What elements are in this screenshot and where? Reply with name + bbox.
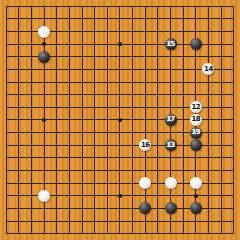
intersection-9-19[interactable] (101, 227, 114, 240)
intersection-13-18[interactable] (152, 215, 165, 228)
intersection-2-5[interactable] (13, 51, 26, 64)
intersection-7-18[interactable] (76, 215, 89, 228)
intersection-4-8[interactable] (38, 88, 51, 101)
intersection-10-6[interactable] (114, 63, 127, 76)
intersection-1-7[interactable] (0, 76, 13, 89)
intersection-7-6[interactable] (76, 63, 89, 76)
intersection-1-11[interactable] (0, 126, 13, 139)
intersection-18-8[interactable] (215, 88, 228, 101)
intersection-4-2[interactable] (38, 13, 51, 26)
intersection-16-13[interactable] (189, 152, 202, 165)
intersection-6-16[interactable] (63, 189, 76, 202)
intersection-10-10[interactable] (114, 114, 127, 127)
intersection-17-1[interactable] (202, 0, 215, 13)
intersection-12-7[interactable] (139, 76, 152, 89)
intersection-2-2[interactable] (13, 13, 26, 26)
intersection-5-6[interactable] (51, 63, 64, 76)
intersection-14-6[interactable] (164, 63, 177, 76)
intersection-3-3[interactable] (25, 25, 38, 38)
intersection-18-1[interactable] (215, 0, 228, 13)
intersection-11-15[interactable] (126, 177, 139, 190)
intersection-7-5[interactable] (76, 51, 89, 64)
intersection-3-19[interactable] (25, 227, 38, 240)
intersection-16-18[interactable] (189, 215, 202, 228)
intersection-2-3[interactable] (13, 25, 26, 38)
intersection-6-18[interactable] (63, 215, 76, 228)
intersection-16-16[interactable] (189, 189, 202, 202)
intersection-14-3[interactable] (164, 25, 177, 38)
intersection-13-17[interactable] (152, 202, 165, 215)
intersection-8-8[interactable] (88, 88, 101, 101)
intersection-19-18[interactable] (227, 215, 240, 228)
intersection-14-1[interactable] (164, 0, 177, 13)
intersection-9-17[interactable] (101, 202, 114, 215)
intersection-18-11[interactable] (215, 126, 228, 139)
intersection-16-9[interactable]: 12 (189, 101, 202, 114)
intersection-4-16[interactable] (38, 189, 51, 202)
intersection-15-13[interactable] (177, 152, 190, 165)
intersection-14-15[interactable] (164, 177, 177, 190)
intersection-1-18[interactable] (0, 215, 13, 228)
intersection-15-17[interactable] (177, 202, 190, 215)
intersection-6-15[interactable] (63, 177, 76, 190)
intersection-14-13[interactable] (164, 152, 177, 165)
intersection-3-13[interactable] (25, 152, 38, 165)
intersection-15-6[interactable] (177, 63, 190, 76)
intersection-1-15[interactable] (0, 177, 13, 190)
intersection-3-5[interactable] (25, 51, 38, 64)
intersection-3-8[interactable] (25, 88, 38, 101)
intersection-7-11[interactable] (76, 126, 89, 139)
intersection-18-10[interactable] (215, 114, 228, 127)
intersection-18-15[interactable] (215, 177, 228, 190)
intersection-11-12[interactable] (126, 139, 139, 152)
intersection-8-19[interactable] (88, 227, 101, 240)
intersection-9-10[interactable] (101, 114, 114, 127)
intersection-5-9[interactable] (51, 101, 64, 114)
intersection-6-3[interactable] (63, 25, 76, 38)
intersection-18-14[interactable] (215, 164, 228, 177)
intersection-15-15[interactable] (177, 177, 190, 190)
intersection-4-10[interactable] (38, 114, 51, 127)
intersection-8-18[interactable] (88, 215, 101, 228)
intersection-6-4[interactable] (63, 38, 76, 51)
intersection-10-12[interactable] (114, 139, 127, 152)
intersection-8-12[interactable] (88, 139, 101, 152)
intersection-11-17[interactable] (126, 202, 139, 215)
intersection-13-14[interactable] (152, 164, 165, 177)
intersection-6-7[interactable] (63, 76, 76, 89)
intersection-6-6[interactable] (63, 63, 76, 76)
intersection-11-10[interactable] (126, 114, 139, 127)
intersection-7-17[interactable] (76, 202, 89, 215)
intersection-18-2[interactable] (215, 13, 228, 26)
intersection-4-11[interactable] (38, 126, 51, 139)
intersection-18-3[interactable] (215, 25, 228, 38)
intersection-4-18[interactable] (38, 215, 51, 228)
intersection-14-5[interactable] (164, 51, 177, 64)
intersection-14-9[interactable] (164, 101, 177, 114)
intersection-14-12[interactable]: 13 (164, 139, 177, 152)
intersection-16-2[interactable] (189, 13, 202, 26)
intersection-18-5[interactable] (215, 51, 228, 64)
intersection-10-8[interactable] (114, 88, 127, 101)
intersection-9-1[interactable] (101, 0, 114, 13)
intersection-14-14[interactable] (164, 164, 177, 177)
intersection-7-13[interactable] (76, 152, 89, 165)
intersection-12-16[interactable] (139, 189, 152, 202)
intersection-5-19[interactable] (51, 227, 64, 240)
intersection-7-7[interactable] (76, 76, 89, 89)
intersection-10-2[interactable] (114, 13, 127, 26)
intersection-17-4[interactable] (202, 38, 215, 51)
intersection-3-17[interactable] (25, 202, 38, 215)
intersection-5-2[interactable] (51, 13, 64, 26)
intersection-17-3[interactable] (202, 25, 215, 38)
intersection-5-5[interactable] (51, 51, 64, 64)
intersection-5-14[interactable] (51, 164, 64, 177)
intersection-1-10[interactable] (0, 114, 13, 127)
intersection-19-8[interactable] (227, 88, 240, 101)
intersection-15-1[interactable] (177, 0, 190, 13)
intersection-14-10[interactable]: 17 (164, 114, 177, 127)
intersection-8-17[interactable] (88, 202, 101, 215)
intersection-17-13[interactable] (202, 152, 215, 165)
intersection-15-3[interactable] (177, 25, 190, 38)
intersection-2-12[interactable] (13, 139, 26, 152)
intersection-11-7[interactable] (126, 76, 139, 89)
intersection-1-4[interactable] (0, 38, 13, 51)
intersection-16-12[interactable] (189, 139, 202, 152)
intersection-15-19[interactable] (177, 227, 190, 240)
intersection-15-12[interactable] (177, 139, 190, 152)
intersection-2-7[interactable] (13, 76, 26, 89)
intersection-9-15[interactable] (101, 177, 114, 190)
intersection-10-15[interactable] (114, 177, 127, 190)
intersection-19-4[interactable] (227, 38, 240, 51)
intersection-12-9[interactable] (139, 101, 152, 114)
intersection-18-12[interactable] (215, 139, 228, 152)
intersection-10-16[interactable] (114, 189, 127, 202)
intersection-12-1[interactable] (139, 0, 152, 13)
intersection-8-1[interactable] (88, 0, 101, 13)
intersection-1-13[interactable] (0, 152, 13, 165)
intersection-2-14[interactable] (13, 164, 26, 177)
intersection-4-6[interactable] (38, 63, 51, 76)
intersection-15-11[interactable] (177, 126, 190, 139)
intersection-11-5[interactable] (126, 51, 139, 64)
intersection-3-16[interactable] (25, 189, 38, 202)
intersection-10-9[interactable] (114, 101, 127, 114)
intersection-2-6[interactable] (13, 63, 26, 76)
intersection-12-13[interactable] (139, 152, 152, 165)
intersection-8-11[interactable] (88, 126, 101, 139)
intersection-15-18[interactable] (177, 215, 190, 228)
intersection-8-13[interactable] (88, 152, 101, 165)
intersection-5-3[interactable] (51, 25, 64, 38)
intersection-17-6[interactable]: 14 (202, 63, 215, 76)
intersection-4-5[interactable] (38, 51, 51, 64)
intersection-17-10[interactable] (202, 114, 215, 127)
intersection-19-9[interactable] (227, 101, 240, 114)
intersection-10-11[interactable] (114, 126, 127, 139)
intersection-13-16[interactable] (152, 189, 165, 202)
intersection-19-17[interactable] (227, 202, 240, 215)
intersection-10-19[interactable] (114, 227, 127, 240)
intersection-8-9[interactable] (88, 101, 101, 114)
intersection-7-2[interactable] (76, 13, 89, 26)
intersection-11-18[interactable] (126, 215, 139, 228)
intersection-2-1[interactable] (13, 0, 26, 13)
intersection-16-5[interactable] (189, 51, 202, 64)
intersection-2-19[interactable] (13, 227, 26, 240)
intersection-11-3[interactable] (126, 25, 139, 38)
intersection-19-7[interactable] (227, 76, 240, 89)
intersection-3-18[interactable] (25, 215, 38, 228)
intersection-9-16[interactable] (101, 189, 114, 202)
intersection-5-10[interactable] (51, 114, 64, 127)
intersection-2-15[interactable] (13, 177, 26, 190)
intersection-16-1[interactable] (189, 0, 202, 13)
intersection-17-2[interactable] (202, 13, 215, 26)
intersection-19-15[interactable] (227, 177, 240, 190)
intersection-15-2[interactable] (177, 13, 190, 26)
intersection-18-16[interactable] (215, 189, 228, 202)
intersection-17-17[interactable] (202, 202, 215, 215)
intersection-13-7[interactable] (152, 76, 165, 89)
intersection-11-19[interactable] (126, 227, 139, 240)
intersection-18-13[interactable] (215, 152, 228, 165)
intersection-9-7[interactable] (101, 76, 114, 89)
intersection-2-17[interactable] (13, 202, 26, 215)
intersection-17-5[interactable] (202, 51, 215, 64)
intersection-18-6[interactable] (215, 63, 228, 76)
intersection-17-11[interactable] (202, 126, 215, 139)
intersection-7-14[interactable] (76, 164, 89, 177)
intersection-3-1[interactable] (25, 0, 38, 13)
intersection-13-9[interactable] (152, 101, 165, 114)
intersection-19-16[interactable] (227, 189, 240, 202)
intersection-16-14[interactable] (189, 164, 202, 177)
intersection-4-12[interactable] (38, 139, 51, 152)
intersection-7-16[interactable] (76, 189, 89, 202)
intersection-19-5[interactable] (227, 51, 240, 64)
intersection-12-2[interactable] (139, 13, 152, 26)
intersection-12-10[interactable] (139, 114, 152, 127)
intersection-19-13[interactable] (227, 152, 240, 165)
intersection-1-8[interactable] (0, 88, 13, 101)
intersection-9-14[interactable] (101, 164, 114, 177)
intersection-16-8[interactable] (189, 88, 202, 101)
intersection-18-17[interactable] (215, 202, 228, 215)
intersection-2-8[interactable] (13, 88, 26, 101)
intersection-15-14[interactable] (177, 164, 190, 177)
intersection-5-4[interactable] (51, 38, 64, 51)
intersection-2-9[interactable] (13, 101, 26, 114)
intersection-16-4[interactable] (189, 38, 202, 51)
intersection-8-3[interactable] (88, 25, 101, 38)
intersection-19-12[interactable] (227, 139, 240, 152)
intersection-6-13[interactable] (63, 152, 76, 165)
intersection-1-2[interactable] (0, 13, 13, 26)
intersection-8-7[interactable] (88, 76, 101, 89)
intersection-10-1[interactable] (114, 0, 127, 13)
intersection-19-14[interactable] (227, 164, 240, 177)
intersection-8-10[interactable] (88, 114, 101, 127)
intersection-7-9[interactable] (76, 101, 89, 114)
intersection-16-11[interactable]: 19 (189, 126, 202, 139)
intersection-3-10[interactable] (25, 114, 38, 127)
intersection-17-9[interactable] (202, 101, 215, 114)
intersection-11-11[interactable] (126, 126, 139, 139)
intersection-4-15[interactable] (38, 177, 51, 190)
intersection-10-4[interactable] (114, 38, 127, 51)
intersection-17-16[interactable] (202, 189, 215, 202)
intersection-3-7[interactable] (25, 76, 38, 89)
intersection-6-19[interactable] (63, 227, 76, 240)
intersection-9-6[interactable] (101, 63, 114, 76)
intersection-7-1[interactable] (76, 0, 89, 13)
intersection-16-15[interactable] (189, 177, 202, 190)
intersection-9-13[interactable] (101, 152, 114, 165)
intersection-14-18[interactable] (164, 215, 177, 228)
intersection-8-16[interactable] (88, 189, 101, 202)
intersection-5-11[interactable] (51, 126, 64, 139)
intersection-5-18[interactable] (51, 215, 64, 228)
intersection-5-8[interactable] (51, 88, 64, 101)
intersection-10-13[interactable] (114, 152, 127, 165)
intersection-11-8[interactable] (126, 88, 139, 101)
intersection-13-12[interactable] (152, 139, 165, 152)
intersection-10-5[interactable] (114, 51, 127, 64)
intersection-9-3[interactable] (101, 25, 114, 38)
intersection-5-1[interactable] (51, 0, 64, 13)
intersection-14-8[interactable] (164, 88, 177, 101)
intersection-2-16[interactable] (13, 189, 26, 202)
intersection-1-5[interactable] (0, 51, 13, 64)
intersection-11-16[interactable] (126, 189, 139, 202)
intersection-12-8[interactable] (139, 88, 152, 101)
intersection-2-13[interactable] (13, 152, 26, 165)
intersection-13-10[interactable] (152, 114, 165, 127)
intersection-14-4[interactable]: 15 (164, 38, 177, 51)
intersection-11-6[interactable] (126, 63, 139, 76)
intersection-16-6[interactable] (189, 63, 202, 76)
intersection-13-1[interactable] (152, 0, 165, 13)
intersection-18-4[interactable] (215, 38, 228, 51)
intersection-13-2[interactable] (152, 13, 165, 26)
intersection-12-19[interactable] (139, 227, 152, 240)
intersection-9-2[interactable] (101, 13, 114, 26)
intersection-9-9[interactable] (101, 101, 114, 114)
intersection-4-13[interactable] (38, 152, 51, 165)
intersection-17-7[interactable] (202, 76, 215, 89)
intersection-7-10[interactable] (76, 114, 89, 127)
intersection-19-19[interactable] (227, 227, 240, 240)
intersection-6-8[interactable] (63, 88, 76, 101)
intersection-14-17[interactable] (164, 202, 177, 215)
intersection-14-7[interactable] (164, 76, 177, 89)
intersection-11-2[interactable] (126, 13, 139, 26)
intersection-5-16[interactable] (51, 189, 64, 202)
intersection-10-14[interactable] (114, 164, 127, 177)
intersection-17-8[interactable] (202, 88, 215, 101)
intersection-7-19[interactable] (76, 227, 89, 240)
intersection-13-4[interactable] (152, 38, 165, 51)
intersection-6-11[interactable] (63, 126, 76, 139)
intersection-15-5[interactable] (177, 51, 190, 64)
intersection-3-2[interactable] (25, 13, 38, 26)
intersection-12-5[interactable] (139, 51, 152, 64)
intersection-6-2[interactable] (63, 13, 76, 26)
intersection-8-14[interactable] (88, 164, 101, 177)
intersection-3-6[interactable] (25, 63, 38, 76)
intersection-17-12[interactable] (202, 139, 215, 152)
intersection-12-3[interactable] (139, 25, 152, 38)
intersection-15-8[interactable] (177, 88, 190, 101)
intersection-8-4[interactable] (88, 38, 101, 51)
intersection-15-4[interactable] (177, 38, 190, 51)
intersection-19-1[interactable] (227, 0, 240, 13)
intersection-9-18[interactable] (101, 215, 114, 228)
intersection-3-9[interactable] (25, 101, 38, 114)
intersection-13-11[interactable] (152, 126, 165, 139)
intersection-18-18[interactable] (215, 215, 228, 228)
intersection-2-4[interactable] (13, 38, 26, 51)
intersection-6-1[interactable] (63, 0, 76, 13)
intersection-6-12[interactable] (63, 139, 76, 152)
intersection-5-12[interactable] (51, 139, 64, 152)
intersection-3-4[interactable] (25, 38, 38, 51)
intersection-6-17[interactable] (63, 202, 76, 215)
intersection-17-18[interactable] (202, 215, 215, 228)
intersection-19-3[interactable] (227, 25, 240, 38)
intersection-17-14[interactable] (202, 164, 215, 177)
intersection-7-3[interactable] (76, 25, 89, 38)
intersection-12-18[interactable] (139, 215, 152, 228)
intersection-7-8[interactable] (76, 88, 89, 101)
intersection-9-4[interactable] (101, 38, 114, 51)
intersection-12-15[interactable] (139, 177, 152, 190)
intersection-1-6[interactable] (0, 63, 13, 76)
intersection-4-1[interactable] (38, 0, 51, 13)
intersection-9-5[interactable] (101, 51, 114, 64)
intersection-4-14[interactable] (38, 164, 51, 177)
intersection-13-3[interactable] (152, 25, 165, 38)
intersection-19-2[interactable] (227, 13, 240, 26)
intersection-16-3[interactable] (189, 25, 202, 38)
intersection-14-19[interactable] (164, 227, 177, 240)
intersection-1-19[interactable] (0, 227, 13, 240)
intersection-5-17[interactable] (51, 202, 64, 215)
intersection-8-2[interactable] (88, 13, 101, 26)
intersection-4-17[interactable] (38, 202, 51, 215)
intersection-16-10[interactable]: 18 (189, 114, 202, 127)
intersection-4-4[interactable] (38, 38, 51, 51)
intersection-15-9[interactable] (177, 101, 190, 114)
intersection-12-14[interactable] (139, 164, 152, 177)
intersection-8-5[interactable] (88, 51, 101, 64)
intersection-5-7[interactable] (51, 76, 64, 89)
intersection-10-7[interactable] (114, 76, 127, 89)
intersection-11-13[interactable] (126, 152, 139, 165)
intersection-6-9[interactable] (63, 101, 76, 114)
intersection-1-9[interactable] (0, 101, 13, 114)
intersection-3-12[interactable] (25, 139, 38, 152)
intersection-19-6[interactable] (227, 63, 240, 76)
intersection-11-4[interactable] (126, 38, 139, 51)
intersection-6-14[interactable] (63, 164, 76, 177)
